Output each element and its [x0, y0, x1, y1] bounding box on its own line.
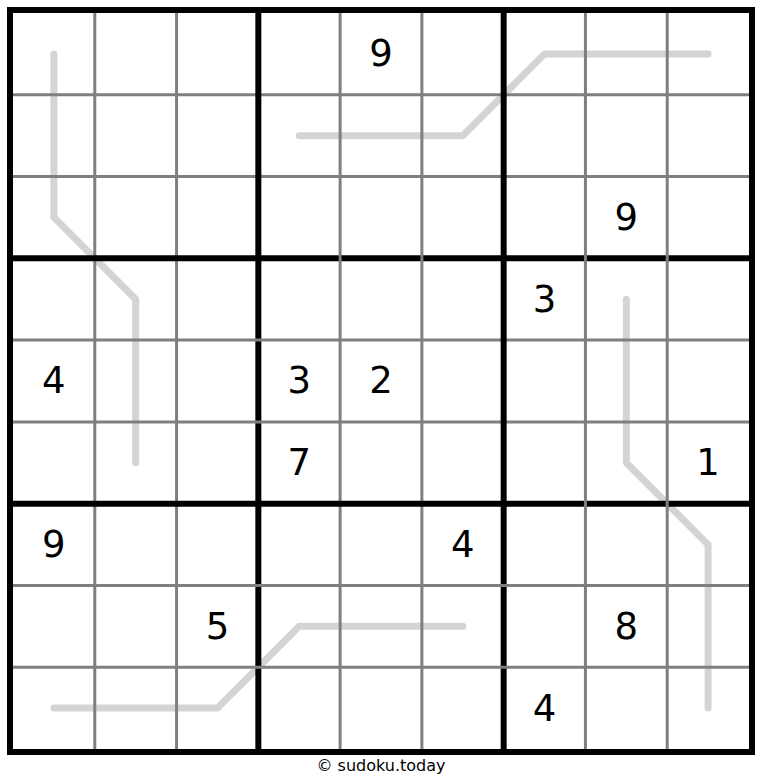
cell-r2c9[interactable] — [667, 95, 749, 177]
cell-r3c9[interactable] — [667, 177, 749, 259]
cell-r5c3[interactable] — [177, 340, 259, 422]
cell-r6c9[interactable]: 1 — [667, 422, 749, 504]
cell-r2c6[interactable] — [422, 95, 504, 177]
cell-r8c3[interactable]: 5 — [177, 585, 259, 667]
cell-r2c3[interactable] — [177, 95, 259, 177]
cell-r1c9[interactable] — [667, 13, 749, 95]
cell-r4c4[interactable] — [258, 258, 340, 340]
cell-r5c1[interactable]: 4 — [13, 340, 95, 422]
cell-r7c5[interactable] — [340, 504, 422, 586]
cell-r3c6[interactable] — [422, 177, 504, 259]
cell-r5c4[interactable]: 3 — [258, 340, 340, 422]
cell-r5c6[interactable] — [422, 340, 504, 422]
cell-r4c7[interactable]: 3 — [504, 258, 586, 340]
cell-r3c5[interactable] — [340, 177, 422, 259]
cell-r6c3[interactable] — [177, 422, 259, 504]
cell-r7c7[interactable] — [504, 504, 586, 586]
cell-r9c7[interactable]: 4 — [504, 667, 586, 749]
cell-r4c6[interactable] — [422, 258, 504, 340]
cell-r3c8[interactable]: 9 — [585, 177, 667, 259]
cell-r2c8[interactable] — [585, 95, 667, 177]
cell-r5c9[interactable] — [667, 340, 749, 422]
cell-r7c2[interactable] — [95, 504, 177, 586]
cell-r4c1[interactable] — [13, 258, 95, 340]
cell-r1c8[interactable] — [585, 13, 667, 95]
cell-r6c1[interactable] — [13, 422, 95, 504]
cell-r6c4[interactable]: 7 — [258, 422, 340, 504]
cell-r7c1[interactable]: 9 — [13, 504, 95, 586]
cell-r3c1[interactable] — [13, 177, 95, 259]
copyright-text: © sudoku.today — [7, 756, 755, 775]
cell-r6c5[interactable] — [340, 422, 422, 504]
cell-r1c4[interactable] — [258, 13, 340, 95]
cell-r9c1[interactable] — [13, 667, 95, 749]
cell-r9c4[interactable] — [258, 667, 340, 749]
sudoku-board: 9934327194584 — [7, 7, 755, 755]
cell-r8c1[interactable] — [13, 585, 95, 667]
cell-r4c3[interactable] — [177, 258, 259, 340]
cell-r1c1[interactable] — [13, 13, 95, 95]
cell-r6c8[interactable] — [585, 422, 667, 504]
cell-r9c3[interactable] — [177, 667, 259, 749]
cell-r1c2[interactable] — [95, 13, 177, 95]
cell-r7c8[interactable] — [585, 504, 667, 586]
cell-r7c3[interactable] — [177, 504, 259, 586]
cell-r5c8[interactable] — [585, 340, 667, 422]
cell-r8c4[interactable] — [258, 585, 340, 667]
cell-r6c6[interactable] — [422, 422, 504, 504]
cell-r2c7[interactable] — [504, 95, 586, 177]
cell-r7c6[interactable]: 4 — [422, 504, 504, 586]
cell-r1c7[interactable] — [504, 13, 586, 95]
cell-r3c4[interactable] — [258, 177, 340, 259]
cell-r4c5[interactable] — [340, 258, 422, 340]
cell-r5c2[interactable] — [95, 340, 177, 422]
cell-r3c7[interactable] — [504, 177, 586, 259]
cell-r4c8[interactable] — [585, 258, 667, 340]
cell-r7c9[interactable] — [667, 504, 749, 586]
cell-r1c3[interactable] — [177, 13, 259, 95]
cell-r8c6[interactable] — [422, 585, 504, 667]
cell-r2c4[interactable] — [258, 95, 340, 177]
cell-r8c2[interactable] — [95, 585, 177, 667]
cell-r9c8[interactable] — [585, 667, 667, 749]
cell-r4c9[interactable] — [667, 258, 749, 340]
cell-r8c8[interactable]: 8 — [585, 585, 667, 667]
cell-r2c5[interactable] — [340, 95, 422, 177]
cell-r3c2[interactable] — [95, 177, 177, 259]
cell-r6c2[interactable] — [95, 422, 177, 504]
cell-r1c5[interactable]: 9 — [340, 13, 422, 95]
cell-r2c1[interactable] — [13, 95, 95, 177]
cell-r1c6[interactable] — [422, 13, 504, 95]
cell-r5c5[interactable]: 2 — [340, 340, 422, 422]
cell-r8c5[interactable] — [340, 585, 422, 667]
cell-r9c9[interactable] — [667, 667, 749, 749]
cell-r6c7[interactable] — [504, 422, 586, 504]
sudoku-grid: 9934327194584 — [13, 13, 749, 749]
cell-r9c5[interactable] — [340, 667, 422, 749]
cell-r5c7[interactable] — [504, 340, 586, 422]
cell-r9c6[interactable] — [422, 667, 504, 749]
cell-r7c4[interactable] — [258, 504, 340, 586]
cell-r4c2[interactable] — [95, 258, 177, 340]
cell-r8c9[interactable] — [667, 585, 749, 667]
cell-r8c7[interactable] — [504, 585, 586, 667]
cell-r9c2[interactable] — [95, 667, 177, 749]
cell-r3c3[interactable] — [177, 177, 259, 259]
cell-r2c2[interactable] — [95, 95, 177, 177]
